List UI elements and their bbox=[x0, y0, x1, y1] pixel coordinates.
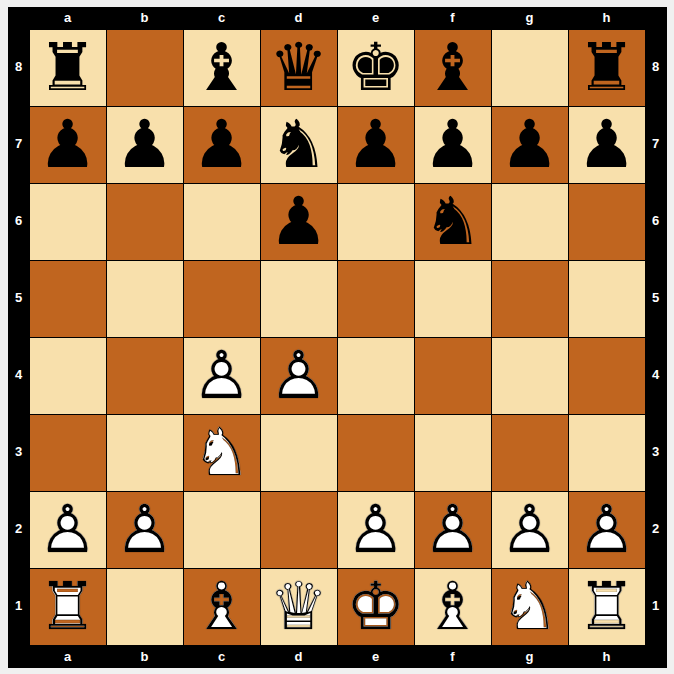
square-f1[interactable]: ♝♗ bbox=[415, 569, 491, 645]
square-f6[interactable]: ♞ bbox=[415, 184, 491, 260]
square-g3[interactable] bbox=[492, 415, 568, 491]
white-rook-outline: ♖ bbox=[30, 569, 106, 645]
square-h8[interactable]: ♜ bbox=[569, 30, 645, 106]
rank-label-3: 3 bbox=[645, 444, 667, 459]
square-c2[interactable] bbox=[184, 492, 260, 568]
square-h7[interactable]: ♟ bbox=[569, 107, 645, 183]
square-c5[interactable] bbox=[184, 261, 260, 337]
file-label-h: h bbox=[569, 646, 645, 668]
white-pawn-outline: ♙ bbox=[492, 492, 568, 568]
black-pawn-glyph: ♟ bbox=[30, 107, 106, 183]
white-pawn-outline: ♙ bbox=[30, 492, 106, 568]
square-g5[interactable] bbox=[492, 261, 568, 337]
black-bishop-glyph: ♝ bbox=[415, 30, 491, 106]
black-bishop[interactable]: ♝ bbox=[415, 30, 491, 106]
black-rook-glyph: ♜ bbox=[569, 30, 645, 106]
square-b8[interactable] bbox=[107, 30, 183, 106]
square-d2[interactable] bbox=[261, 492, 337, 568]
rank-label-3: 3 bbox=[8, 444, 30, 459]
white-knight-outline: ♘ bbox=[492, 569, 568, 645]
white-pawn[interactable]: ♟♙ bbox=[184, 338, 260, 414]
white-knight[interactable]: ♞♘ bbox=[184, 415, 260, 491]
file-label-g: g bbox=[492, 646, 568, 668]
square-g2[interactable]: ♟♙ bbox=[492, 492, 568, 568]
square-g4[interactable] bbox=[492, 338, 568, 414]
square-d8[interactable]: ♛ bbox=[261, 30, 337, 106]
file-label-b: b bbox=[107, 646, 183, 668]
file-label-g: g bbox=[492, 7, 568, 29]
rank-label-5: 5 bbox=[8, 290, 30, 305]
square-d3[interactable] bbox=[261, 415, 337, 491]
square-a8[interactable]: ♜ bbox=[30, 30, 106, 106]
square-f4[interactable] bbox=[415, 338, 491, 414]
black-pawn[interactable]: ♟ bbox=[261, 184, 337, 260]
square-b1[interactable] bbox=[107, 569, 183, 645]
square-e5[interactable] bbox=[338, 261, 414, 337]
square-a5[interactable] bbox=[30, 261, 106, 337]
square-c8[interactable]: ♝ bbox=[184, 30, 260, 106]
white-knight-outline: ♘ bbox=[184, 415, 260, 491]
square-h2[interactable]: ♟♙ bbox=[569, 492, 645, 568]
square-d1[interactable]: ♛♕ bbox=[261, 569, 337, 645]
white-pawn-outline: ♙ bbox=[569, 492, 645, 568]
black-rook[interactable]: ♜ bbox=[30, 30, 106, 106]
rank-label-8: 8 bbox=[645, 59, 667, 74]
square-f8[interactable]: ♝ bbox=[415, 30, 491, 106]
white-bishop-outline: ♗ bbox=[184, 569, 260, 645]
white-pawn[interactable]: ♟♙ bbox=[569, 492, 645, 568]
square-c6[interactable] bbox=[184, 184, 260, 260]
white-pawn[interactable]: ♟♙ bbox=[107, 492, 183, 568]
file-labels-bottom: abcdefgh bbox=[30, 646, 645, 668]
square-d4[interactable]: ♟♙ bbox=[261, 338, 337, 414]
black-pawn-glyph: ♟ bbox=[261, 184, 337, 260]
square-d7[interactable]: ♞ bbox=[261, 107, 337, 183]
black-pawn[interactable]: ♟ bbox=[338, 107, 414, 183]
white-pawn[interactable]: ♟♙ bbox=[261, 338, 337, 414]
square-f7[interactable]: ♟ bbox=[415, 107, 491, 183]
white-pawn[interactable]: ♟♙ bbox=[492, 492, 568, 568]
square-a1[interactable]: ♜♖ bbox=[30, 569, 106, 645]
rank-label-2: 2 bbox=[8, 521, 30, 536]
square-g7[interactable]: ♟ bbox=[492, 107, 568, 183]
square-c3[interactable]: ♞♘ bbox=[184, 415, 260, 491]
square-b3[interactable] bbox=[107, 415, 183, 491]
square-g8[interactable] bbox=[492, 30, 568, 106]
rank-label-8: 8 bbox=[8, 59, 30, 74]
white-rook-outline: ♖ bbox=[569, 569, 645, 645]
file-label-a: a bbox=[30, 646, 106, 668]
black-pawn-glyph: ♟ bbox=[492, 107, 568, 183]
file-label-c: c bbox=[184, 7, 260, 29]
square-e8[interactable]: ♚ bbox=[338, 30, 414, 106]
white-bishop[interactable]: ♝♗ bbox=[184, 569, 260, 645]
square-f2[interactable]: ♟♙ bbox=[415, 492, 491, 568]
white-queen[interactable]: ♛♕ bbox=[261, 569, 337, 645]
white-knight[interactable]: ♞♘ bbox=[492, 569, 568, 645]
black-pawn[interactable]: ♟ bbox=[415, 107, 491, 183]
file-label-c: c bbox=[184, 646, 260, 668]
rank-label-6: 6 bbox=[8, 213, 30, 228]
black-rook-glyph: ♜ bbox=[30, 30, 106, 106]
rank-label-1: 1 bbox=[645, 598, 667, 613]
square-c7[interactable]: ♟ bbox=[184, 107, 260, 183]
white-rook[interactable]: ♜♖ bbox=[569, 569, 645, 645]
rank-label-6: 6 bbox=[645, 213, 667, 228]
board: ♜♝♛♚♝♜♟♟♟♞♟♟♟♟♟♞♟♙♟♙♞♘♟♙♟♙♟♙♟♙♟♙♟♙♜♖♝♗♛♕… bbox=[30, 29, 645, 646]
black-pawn[interactable]: ♟ bbox=[30, 107, 106, 183]
white-king[interactable]: ♚♔ bbox=[338, 569, 414, 645]
rank-label-4: 4 bbox=[8, 367, 30, 382]
black-knight[interactable]: ♞ bbox=[261, 107, 337, 183]
black-pawn-glyph: ♟ bbox=[415, 107, 491, 183]
rank-label-7: 7 bbox=[8, 136, 30, 151]
file-label-h: h bbox=[569, 7, 645, 29]
black-king-glyph: ♚ bbox=[338, 30, 414, 106]
square-c4[interactable]: ♟♙ bbox=[184, 338, 260, 414]
white-pawn-outline: ♙ bbox=[261, 338, 337, 414]
square-a3[interactable] bbox=[30, 415, 106, 491]
black-pawn-glyph: ♟ bbox=[184, 107, 260, 183]
white-pawn[interactable]: ♟♙ bbox=[338, 492, 414, 568]
white-pawn-outline: ♙ bbox=[415, 492, 491, 568]
black-bishop[interactable]: ♝ bbox=[184, 30, 260, 106]
white-pawn[interactable]: ♟♙ bbox=[30, 492, 106, 568]
rank-label-4: 4 bbox=[645, 367, 667, 382]
black-knight-glyph: ♞ bbox=[415, 184, 491, 260]
square-b2[interactable]: ♟♙ bbox=[107, 492, 183, 568]
square-e4[interactable] bbox=[338, 338, 414, 414]
square-a4[interactable] bbox=[30, 338, 106, 414]
black-king[interactable]: ♚ bbox=[338, 30, 414, 106]
black-rook[interactable]: ♜ bbox=[569, 30, 645, 106]
file-label-d: d bbox=[261, 7, 337, 29]
rank-labels-left: 87654321 bbox=[8, 29, 30, 646]
white-pawn[interactable]: ♟♙ bbox=[415, 492, 491, 568]
black-queen-glyph: ♛ bbox=[261, 30, 337, 106]
black-pawn[interactable]: ♟ bbox=[107, 107, 183, 183]
square-a2[interactable]: ♟♙ bbox=[30, 492, 106, 568]
black-bishop-glyph: ♝ bbox=[184, 30, 260, 106]
board-frame: abcdefgh 87654321 ♜♝♛♚♝♜♟♟♟♞♟♟♟♟♟♞♟♙♟♙♞♘… bbox=[8, 7, 667, 668]
white-king-outline: ♔ bbox=[338, 569, 414, 645]
square-h6[interactable] bbox=[569, 184, 645, 260]
square-h3[interactable] bbox=[569, 415, 645, 491]
rank-label-1: 1 bbox=[8, 598, 30, 613]
white-pawn-outline: ♙ bbox=[338, 492, 414, 568]
square-b4[interactable] bbox=[107, 338, 183, 414]
rank-label-7: 7 bbox=[645, 136, 667, 151]
square-e3[interactable] bbox=[338, 415, 414, 491]
black-knight-glyph: ♞ bbox=[261, 107, 337, 183]
file-label-b: b bbox=[107, 7, 183, 29]
page: abcdefgh 87654321 ♜♝♛♚♝♜♟♟♟♞♟♟♟♟♟♞♟♙♟♙♞♘… bbox=[0, 0, 674, 674]
file-label-d: d bbox=[261, 646, 337, 668]
file-labels-top: abcdefgh bbox=[30, 7, 645, 29]
square-h4[interactable] bbox=[569, 338, 645, 414]
square-f3[interactable] bbox=[415, 415, 491, 491]
square-g6[interactable] bbox=[492, 184, 568, 260]
black-pawn-glyph: ♟ bbox=[569, 107, 645, 183]
file-label-e: e bbox=[338, 646, 414, 668]
square-g1[interactable]: ♞♘ bbox=[492, 569, 568, 645]
rank-labels-right: 87654321 bbox=[645, 29, 667, 646]
square-c1[interactable]: ♝♗ bbox=[184, 569, 260, 645]
white-queen-outline: ♕ bbox=[261, 569, 337, 645]
white-bishop-outline: ♗ bbox=[415, 569, 491, 645]
file-label-a: a bbox=[30, 7, 106, 29]
black-pawn[interactable]: ♟ bbox=[492, 107, 568, 183]
square-e6[interactable] bbox=[338, 184, 414, 260]
rank-label-2: 2 bbox=[645, 521, 667, 536]
white-rook[interactable]: ♜♖ bbox=[30, 569, 106, 645]
white-pawn-outline: ♙ bbox=[184, 338, 260, 414]
square-d5[interactable] bbox=[261, 261, 337, 337]
square-e7[interactable]: ♟ bbox=[338, 107, 414, 183]
square-a7[interactable]: ♟ bbox=[30, 107, 106, 183]
black-knight[interactable]: ♞ bbox=[415, 184, 491, 260]
square-b5[interactable] bbox=[107, 261, 183, 337]
square-e1[interactable]: ♚♔ bbox=[338, 569, 414, 645]
square-h5[interactable] bbox=[569, 261, 645, 337]
file-label-f: f bbox=[415, 646, 491, 668]
black-pawn-glyph: ♟ bbox=[338, 107, 414, 183]
black-pawn[interactable]: ♟ bbox=[569, 107, 645, 183]
white-pawn-outline: ♙ bbox=[107, 492, 183, 568]
square-e2[interactable]: ♟♙ bbox=[338, 492, 414, 568]
file-label-f: f bbox=[415, 7, 491, 29]
white-bishop[interactable]: ♝♗ bbox=[415, 569, 491, 645]
rank-label-5: 5 bbox=[645, 290, 667, 305]
square-f5[interactable] bbox=[415, 261, 491, 337]
square-b6[interactable] bbox=[107, 184, 183, 260]
black-queen[interactable]: ♛ bbox=[261, 30, 337, 106]
square-a6[interactable] bbox=[30, 184, 106, 260]
black-pawn-glyph: ♟ bbox=[107, 107, 183, 183]
square-b7[interactable]: ♟ bbox=[107, 107, 183, 183]
file-label-e: e bbox=[338, 7, 414, 29]
square-d6[interactable]: ♟ bbox=[261, 184, 337, 260]
black-pawn[interactable]: ♟ bbox=[184, 107, 260, 183]
square-h1[interactable]: ♜♖ bbox=[569, 569, 645, 645]
